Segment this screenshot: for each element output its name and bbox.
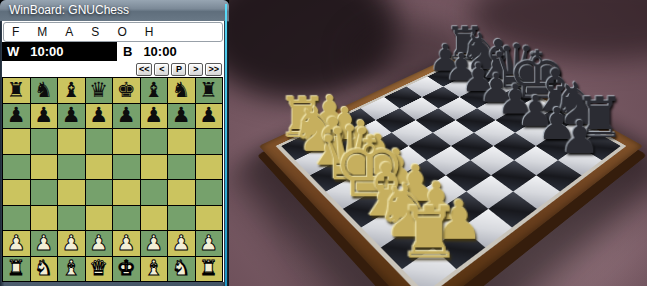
square-g6[interactable] [168,129,195,154]
black-pawn-g7[interactable]: ♟ [172,105,191,126]
white-king-e1[interactable]: ♚ [117,258,136,279]
square-h8[interactable]: ♜ [196,78,223,103]
square-f2[interactable]: ♟ [141,231,168,256]
nav-to-start-button[interactable]: << [136,63,153,76]
black-bishop-c8[interactable]: ♝ [62,80,81,101]
black-pawn-f7[interactable]: ♟ [144,105,163,126]
black-rook-a8[interactable]: ♜ [7,80,26,101]
square-c3[interactable] [58,206,85,231]
square-e5[interactable] [113,155,140,180]
square-h1[interactable]: ♜ [196,257,223,282]
square-b3[interactable] [31,206,58,231]
screenshot-root: WinBoard: GNUChess FMASOH W 10:00 B 10:0… [0,0,647,286]
chess-3d-scene: ♜♞♝♛♚♝♞♜♟♟♟♟♟♟♟♟♟♟♟♟♟♟♟♟♜♞♝♛♚♝♞♜ [229,0,647,286]
square-d3[interactable] [86,206,113,231]
square-f1[interactable]: ♝ [141,257,168,282]
white-rook-3d-h1[interactable]: ♜ [391,197,468,269]
square-h7[interactable]: ♟ [196,104,223,129]
nav-to-end-button[interactable]: >> [205,63,222,76]
black-bishop-f8[interactable]: ♝ [144,80,163,101]
white-clock[interactable]: W 10:00 [2,42,117,61]
black-pawn-c7[interactable]: ♟ [62,105,81,126]
black-king-e8[interactable]: ♚ [117,80,136,101]
square-d5[interactable] [86,155,113,180]
menu-item-H[interactable]: H [145,25,154,39]
square-g4[interactable] [168,180,195,205]
square-c8[interactable]: ♝ [58,78,85,103]
square-f7[interactable]: ♟ [141,104,168,129]
square-a6[interactable] [3,129,30,154]
square-e8[interactable]: ♚ [113,78,140,103]
square-a4[interactable] [3,180,30,205]
square-d4[interactable] [86,180,113,205]
square-g2[interactable]: ♟ [168,231,195,256]
square-b5[interactable] [31,155,58,180]
square-b6[interactable] [31,129,58,154]
white-pawn-b2[interactable]: ♟ [34,233,53,254]
square-g7[interactable]: ♟ [168,104,195,129]
square-g8[interactable]: ♞ [168,78,195,103]
white-queen-d1[interactable]: ♛ [89,258,108,279]
square-g1[interactable]: ♞ [168,257,195,282]
square-b2[interactable]: ♟ [31,231,58,256]
black-clock-label: B [123,44,132,59]
square-a5[interactable] [3,155,30,180]
black-pawn-b7[interactable]: ♟ [34,105,53,126]
square-g3[interactable] [168,206,195,231]
black-knight-b8[interactable]: ♞ [34,80,53,101]
square-d7[interactable]: ♟ [86,104,113,129]
square-e6[interactable] [113,129,140,154]
square-f5[interactable] [141,155,168,180]
black-pawn-d7[interactable]: ♟ [89,105,108,126]
square-c5[interactable] [58,155,85,180]
white-pawn-h2[interactable]: ♟ [199,233,218,254]
square-e2[interactable]: ♟ [113,231,140,256]
white-knight-g1[interactable]: ♞ [172,258,191,279]
clock-row: W 10:00 B 10:00 [2,42,224,61]
square-f3[interactable] [141,206,168,231]
square-a3[interactable] [3,206,30,231]
square-c2[interactable]: ♟ [58,231,85,256]
black-pawn-h7[interactable]: ♟ [199,105,218,126]
square-b8[interactable]: ♞ [31,78,58,103]
nav-back-button[interactable]: < [154,63,169,76]
square-c1[interactable]: ♝ [58,257,85,282]
white-rook-a1[interactable]: ♜ [7,258,26,279]
black-knight-g8[interactable]: ♞ [172,80,191,101]
square-b4[interactable] [31,180,58,205]
square-e3[interactable] [113,206,140,231]
square-e7[interactable]: ♟ [113,104,140,129]
black-clock[interactable]: B 10:00 [117,42,224,61]
square-b1[interactable]: ♞ [31,257,58,282]
white-rook-h1[interactable]: ♜ [199,258,218,279]
winboard-window: WinBoard: GNUChess FMASOH W 10:00 B 10:0… [0,0,229,286]
window-titlebar[interactable]: WinBoard: GNUChess [0,0,229,22]
black-pawn-3d-h7[interactable]: ♟ [549,115,611,160]
black-clock-time: 10:00 [143,44,176,59]
square-c4[interactable] [58,180,85,205]
square-h2[interactable]: ♟ [196,231,223,256]
menu-item-S[interactable]: S [91,25,99,39]
square-c6[interactable] [58,129,85,154]
white-pawn-c2[interactable]: ♟ [62,233,81,254]
square-g5[interactable] [168,155,195,180]
square-d1[interactable]: ♛ [86,257,113,282]
white-clock-label: W [7,44,19,59]
window-edge-highlight [225,4,227,286]
white-pawn-f2[interactable]: ♟ [144,233,163,254]
menu-item-F[interactable]: F [12,25,19,39]
menu-item-M[interactable]: M [37,25,47,39]
square-a2[interactable]: ♟ [3,231,30,256]
square-h5[interactable] [196,155,223,180]
board-2d: ♜♞♝♛♚♝♞♜♟♟♟♟♟♟♟♟♟♟♟♟♟♟♟♟♜♞♝♛♚♝♞♜ [2,77,223,282]
white-pawn-a2[interactable]: ♟ [7,233,26,254]
white-bishop-f1[interactable]: ♝ [144,258,163,279]
square-h6[interactable] [196,129,223,154]
scene-stage: ♜♞♝♛♚♝♞♜♟♟♟♟♟♟♟♟♟♟♟♟♟♟♟♟♜♞♝♛♚♝♞♜ [229,0,647,286]
window-title: WinBoard: GNUChess [9,3,129,17]
white-knight-b1[interactable]: ♞ [34,258,53,279]
black-rook-h8[interactable]: ♜ [199,80,218,101]
black-pawn-a7[interactable]: ♟ [7,105,26,126]
white-pawn-e2[interactable]: ♟ [117,233,136,254]
menu-item-O[interactable]: O [117,25,126,39]
square-a7[interactable]: ♟ [3,104,30,129]
white-bishop-c1[interactable]: ♝ [62,258,81,279]
square-e4[interactable] [113,180,140,205]
square-e1[interactable]: ♚ [113,257,140,282]
square-f6[interactable] [141,129,168,154]
square-f4[interactable] [141,180,168,205]
nav-forward-button[interactable]: > [188,63,203,76]
window-client-area: FMASOH W 10:00 B 10:00 <<<P>>> ♜♞♝♛♚♝♞♜♟… [2,21,224,282]
nav-button-row: <<<P>>> [2,61,224,77]
square-d6[interactable] [86,129,113,154]
menu-bar: FMASOH [3,22,223,42]
black-pawn-e7[interactable]: ♟ [117,105,136,126]
square-d8[interactable]: ♛ [86,78,113,103]
square-c7[interactable]: ♟ [58,104,85,129]
square-h4[interactable] [196,180,223,205]
black-queen-d8[interactable]: ♛ [89,80,108,101]
square-b7[interactable]: ♟ [31,104,58,129]
nav-pause-button[interactable]: P [171,63,186,76]
menu-item-A[interactable]: A [65,25,73,39]
square-a1[interactable]: ♜ [3,257,30,282]
white-clock-time: 10:00 [30,44,63,59]
square-a8[interactable]: ♜ [3,78,30,103]
square-f8[interactable]: ♝ [141,78,168,103]
white-pawn-g2[interactable]: ♟ [172,233,191,254]
square-h3[interactable] [196,206,223,231]
square-d2[interactable]: ♟ [86,231,113,256]
white-pawn-d2[interactable]: ♟ [89,233,108,254]
